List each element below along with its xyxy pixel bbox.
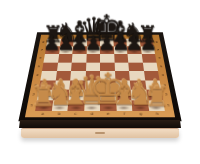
- file-label: g: [132, 111, 149, 117]
- square-h7: ♟: [140, 46, 155, 54]
- file-label: g: [126, 35, 139, 39]
- rank-label: 6: [36, 54, 45, 62]
- file-label: d: [84, 111, 100, 117]
- rank-label: 8: [39, 39, 48, 46]
- board-decorative-border: abcdefgh abcdefgh 87654321 87654321 ♜♞♝♛…: [25, 35, 175, 117]
- file-label: c: [67, 111, 84, 117]
- file-label: c: [74, 35, 87, 39]
- square-b5: [57, 62, 72, 71]
- file-label: f: [116, 111, 133, 117]
- square-e6: [100, 54, 114, 62]
- square-h6: [141, 54, 156, 62]
- file-label: e: [100, 111, 116, 117]
- square-h1: ♜: [147, 100, 165, 111]
- square-a6: [44, 54, 59, 62]
- file-label: a: [34, 111, 51, 117]
- file-labels-bottom: abcdefgh: [34, 111, 166, 117]
- square-g6: [128, 54, 143, 62]
- square-f6: [114, 54, 128, 62]
- file-label: e: [100, 35, 113, 39]
- chess-board: abcdefgh abcdefgh 87654321 87654321 ♜♞♝♛…: [18, 32, 181, 121]
- file-label: b: [51, 111, 68, 117]
- rank-label: 6: [155, 54, 164, 62]
- rank-label: 8: [152, 39, 161, 46]
- file-label: h: [149, 111, 166, 117]
- piece-white-rook: ♜: [144, 82, 169, 110]
- board-front-edge: [19, 120, 181, 128]
- board-grid: ♜♞♝♛♚♝♞♜♟♟♟♟♟♟♟♟♟♟♟♟♟♟♟♟♜♞♝♛♚♝♞♜: [35, 39, 165, 111]
- square-c6: [72, 54, 86, 62]
- rank-label: 5: [156, 62, 166, 71]
- rank-label: 5: [34, 62, 44, 71]
- file-label: f: [113, 35, 126, 39]
- square-b6: [58, 54, 73, 62]
- board-scene: abcdefgh abcdefgh 87654321 87654321 ♜♞♝♛…: [0, 0, 200, 164]
- file-label: a: [48, 35, 62, 39]
- file-label: d: [87, 35, 100, 39]
- file-label: b: [61, 35, 74, 39]
- square-a5: [42, 62, 58, 71]
- square-h5: [142, 62, 158, 71]
- chess-set-photo: abcdefgh abcdefgh 87654321 87654321 ♜♞♝♛…: [0, 0, 200, 164]
- square-g5: [128, 62, 143, 71]
- rank-label: 7: [37, 46, 46, 54]
- file-label: h: [139, 35, 153, 39]
- folding-box-side: [21, 128, 179, 138]
- file-labels-top: abcdefgh: [48, 35, 153, 39]
- rank-label: 7: [154, 46, 163, 54]
- square-d6: [86, 54, 100, 62]
